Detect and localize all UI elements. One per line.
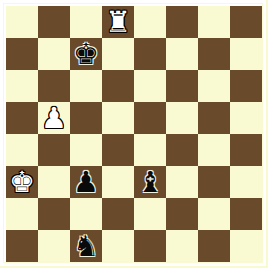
square-a7[interactable] [6, 38, 38, 70]
square-f3[interactable] [166, 166, 198, 198]
square-g6[interactable] [198, 70, 230, 102]
square-g7[interactable] [198, 38, 230, 70]
square-h3[interactable] [230, 166, 262, 198]
square-e3[interactable]: ♝ [134, 166, 166, 198]
square-f5[interactable] [166, 102, 198, 134]
square-b3[interactable] [38, 166, 70, 198]
square-a8[interactable] [6, 6, 38, 38]
square-a1[interactable] [6, 230, 38, 262]
square-g2[interactable] [198, 198, 230, 230]
square-f7[interactable] [166, 38, 198, 70]
square-c3[interactable]: ♟ [70, 166, 102, 198]
square-e6[interactable] [134, 70, 166, 102]
square-h5[interactable] [230, 102, 262, 134]
square-b1[interactable] [38, 230, 70, 262]
square-d8[interactable]: ♜ [102, 6, 134, 38]
piece-white-rook[interactable]: ♜ [105, 6, 131, 38]
piece-black-pawn[interactable]: ♟ [73, 166, 99, 198]
square-d7[interactable] [102, 38, 134, 70]
square-a3[interactable]: ♚ [6, 166, 38, 198]
square-e7[interactable] [134, 38, 166, 70]
square-c1[interactable]: ♞ [70, 230, 102, 262]
square-h2[interactable] [230, 198, 262, 230]
square-c7[interactable]: ♚ [70, 38, 102, 70]
square-e5[interactable] [134, 102, 166, 134]
square-b5[interactable]: ♟ [38, 102, 70, 134]
square-d1[interactable] [102, 230, 134, 262]
square-c4[interactable] [70, 134, 102, 166]
piece-black-bishop[interactable]: ♝ [137, 166, 163, 198]
square-c2[interactable] [70, 198, 102, 230]
square-b4[interactable] [38, 134, 70, 166]
square-h8[interactable] [230, 6, 262, 38]
square-f6[interactable] [166, 70, 198, 102]
square-f2[interactable] [166, 198, 198, 230]
square-e1[interactable] [134, 230, 166, 262]
square-d4[interactable] [102, 134, 134, 166]
square-d2[interactable] [102, 198, 134, 230]
square-a5[interactable] [6, 102, 38, 134]
square-b2[interactable] [38, 198, 70, 230]
square-h7[interactable] [230, 38, 262, 70]
piece-white-pawn[interactable]: ♟ [41, 102, 67, 134]
square-g8[interactable] [198, 6, 230, 38]
square-b7[interactable] [38, 38, 70, 70]
square-e2[interactable] [134, 198, 166, 230]
square-b8[interactable] [38, 6, 70, 38]
square-d5[interactable] [102, 102, 134, 134]
piece-black-king[interactable]: ♚ [73, 38, 99, 70]
square-g3[interactable] [198, 166, 230, 198]
chess-board-frame: ♜♚♟♚♟♝♞ [0, 0, 268, 268]
piece-white-king[interactable]: ♚ [9, 166, 35, 198]
square-h6[interactable] [230, 70, 262, 102]
square-f1[interactable] [166, 230, 198, 262]
square-g5[interactable] [198, 102, 230, 134]
square-d6[interactable] [102, 70, 134, 102]
square-a6[interactable] [6, 70, 38, 102]
square-e4[interactable] [134, 134, 166, 166]
square-f4[interactable] [166, 134, 198, 166]
square-e8[interactable] [134, 6, 166, 38]
square-a2[interactable] [6, 198, 38, 230]
square-c5[interactable] [70, 102, 102, 134]
square-c8[interactable] [70, 6, 102, 38]
square-h4[interactable] [230, 134, 262, 166]
square-g4[interactable] [198, 134, 230, 166]
square-g1[interactable] [198, 230, 230, 262]
square-h1[interactable] [230, 230, 262, 262]
square-a4[interactable] [6, 134, 38, 166]
piece-black-knight[interactable]: ♞ [73, 230, 99, 262]
square-c6[interactable] [70, 70, 102, 102]
square-f8[interactable] [166, 6, 198, 38]
square-d3[interactable] [102, 166, 134, 198]
square-b6[interactable] [38, 70, 70, 102]
chess-board: ♜♚♟♚♟♝♞ [6, 6, 262, 262]
